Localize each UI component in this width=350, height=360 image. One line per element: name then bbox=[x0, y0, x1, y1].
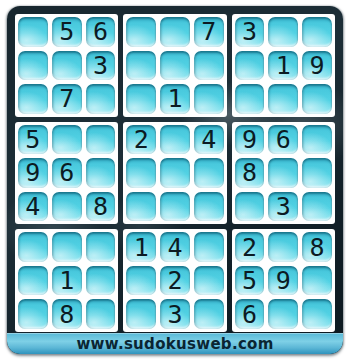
sudoku-page: 5637713195964824968318142328596 www.sudo… bbox=[0, 0, 350, 360]
sudoku-cell-r1c9[interactable] bbox=[302, 17, 332, 47]
sudoku-cell-r4c4[interactable]: 2 bbox=[126, 125, 156, 155]
sudoku-cell-r9c1[interactable] bbox=[18, 299, 48, 329]
sudoku-cell-r2c1[interactable] bbox=[18, 51, 48, 81]
sudoku-cell-r1c4[interactable] bbox=[126, 17, 156, 47]
sudoku-cell-r2c6[interactable] bbox=[194, 51, 224, 81]
sudoku-cell-r9c2[interactable]: 8 bbox=[52, 299, 82, 329]
sudoku-cell-r2c5[interactable] bbox=[160, 51, 190, 81]
sudoku-cell-r5c1[interactable]: 9 bbox=[18, 158, 48, 188]
sudoku-cell-r3c2[interactable]: 7 bbox=[52, 84, 82, 114]
sudoku-cell-r9c3[interactable] bbox=[86, 299, 116, 329]
sudoku-cell-r6c5[interactable] bbox=[160, 192, 190, 222]
sudoku-cell-r7c7[interactable]: 2 bbox=[235, 232, 265, 262]
sudoku-cell-r1c7[interactable]: 3 bbox=[235, 17, 265, 47]
sudoku-cell-r9c8[interactable] bbox=[268, 299, 298, 329]
sudoku-cell-r6c6[interactable] bbox=[194, 192, 224, 222]
sudoku-cell-r5c3[interactable] bbox=[86, 158, 116, 188]
sudoku-cell-r8c6[interactable] bbox=[194, 266, 224, 296]
sudoku-cell-r8c8[interactable]: 9 bbox=[268, 266, 298, 296]
sudoku-cell-r6c7[interactable] bbox=[235, 192, 265, 222]
sudoku-box-9: 28596 bbox=[232, 229, 335, 332]
sudoku-cell-r6c9[interactable] bbox=[302, 192, 332, 222]
sudoku-cell-r5c9[interactable] bbox=[302, 158, 332, 188]
sudoku-cell-r5c6[interactable] bbox=[194, 158, 224, 188]
sudoku-cell-r7c8[interactable] bbox=[268, 232, 298, 262]
sudoku-cell-r9c7[interactable]: 6 bbox=[235, 299, 265, 329]
sudoku-cell-r9c6[interactable] bbox=[194, 299, 224, 329]
sudoku-cell-r6c8[interactable]: 3 bbox=[268, 192, 298, 222]
sudoku-box-8: 1423 bbox=[123, 229, 226, 332]
sudoku-cell-r8c9[interactable] bbox=[302, 266, 332, 296]
sudoku-cell-r3c3[interactable] bbox=[86, 84, 116, 114]
sudoku-cell-r8c4[interactable] bbox=[126, 266, 156, 296]
sudoku-cell-r1c5[interactable] bbox=[160, 17, 190, 47]
sudoku-cell-r8c7[interactable]: 5 bbox=[235, 266, 265, 296]
sudoku-cell-r2c7[interactable] bbox=[235, 51, 265, 81]
sudoku-cell-r4c7[interactable]: 9 bbox=[235, 125, 265, 155]
sudoku-box-3: 319 bbox=[232, 14, 335, 117]
sudoku-cell-r8c5[interactable]: 2 bbox=[160, 266, 190, 296]
sudoku-cell-r4c6[interactable]: 4 bbox=[194, 125, 224, 155]
sudoku-cell-r3c9[interactable] bbox=[302, 84, 332, 114]
sudoku-cell-r7c5[interactable]: 4 bbox=[160, 232, 190, 262]
sudoku-cell-r4c2[interactable] bbox=[52, 125, 82, 155]
sudoku-cell-r3c4[interactable] bbox=[126, 84, 156, 114]
sudoku-cell-r5c8[interactable] bbox=[268, 158, 298, 188]
sudoku-cell-r1c3[interactable]: 6 bbox=[86, 17, 116, 47]
sudoku-cell-r8c3[interactable] bbox=[86, 266, 116, 296]
sudoku-cell-r5c2[interactable]: 6 bbox=[52, 158, 82, 188]
sudoku-cell-r3c6[interactable] bbox=[194, 84, 224, 114]
sudoku-cell-r6c3[interactable]: 8 bbox=[86, 192, 116, 222]
sudoku-cell-r5c4[interactable] bbox=[126, 158, 156, 188]
sudoku-box-1: 5637 bbox=[15, 14, 118, 117]
sudoku-cell-r9c5[interactable]: 3 bbox=[160, 299, 190, 329]
sudoku-cell-r4c1[interactable]: 5 bbox=[18, 125, 48, 155]
footer-bar: www.sudokusweb.com bbox=[7, 333, 343, 354]
sudoku-cell-r7c9[interactable]: 8 bbox=[302, 232, 332, 262]
sudoku-cell-r3c5[interactable]: 1 bbox=[160, 84, 190, 114]
sudoku-cell-r7c1[interactable] bbox=[18, 232, 48, 262]
sudoku-cell-r4c5[interactable] bbox=[160, 125, 190, 155]
sudoku-board: 5637713195964824968318142328596 www.sudo… bbox=[7, 6, 343, 354]
sudoku-box-2: 71 bbox=[123, 14, 226, 117]
sudoku-cell-r1c8[interactable] bbox=[268, 17, 298, 47]
sudoku-cell-r8c2[interactable]: 1 bbox=[52, 266, 82, 296]
sudoku-cell-r1c6[interactable]: 7 bbox=[194, 17, 224, 47]
sudoku-cell-r9c4[interactable] bbox=[126, 299, 156, 329]
sudoku-box-4: 59648 bbox=[15, 122, 118, 225]
sudoku-box-5: 24 bbox=[123, 122, 226, 225]
sudoku-cell-r9c9[interactable] bbox=[302, 299, 332, 329]
sudoku-cell-r3c1[interactable] bbox=[18, 84, 48, 114]
sudoku-box-6: 9683 bbox=[232, 122, 335, 225]
sudoku-cell-r2c8[interactable]: 1 bbox=[268, 51, 298, 81]
sudoku-cell-r7c2[interactable] bbox=[52, 232, 82, 262]
website-url: www.sudokusweb.com bbox=[76, 335, 273, 353]
sudoku-cell-r6c4[interactable] bbox=[126, 192, 156, 222]
sudoku-cell-r7c3[interactable] bbox=[86, 232, 116, 262]
sudoku-cell-r2c2[interactable] bbox=[52, 51, 82, 81]
sudoku-cell-r5c5[interactable] bbox=[160, 158, 190, 188]
sudoku-cell-r2c4[interactable] bbox=[126, 51, 156, 81]
sudoku-cell-r6c1[interactable]: 4 bbox=[18, 192, 48, 222]
sudoku-cell-r1c1[interactable] bbox=[18, 17, 48, 47]
sudoku-cell-r5c7[interactable]: 8 bbox=[235, 158, 265, 188]
sudoku-cell-r7c4[interactable]: 1 bbox=[126, 232, 156, 262]
sudoku-cell-r4c9[interactable] bbox=[302, 125, 332, 155]
sudoku-cell-r3c8[interactable] bbox=[268, 84, 298, 114]
sudoku-cell-r2c9[interactable]: 9 bbox=[302, 51, 332, 81]
sudoku-box-7: 18 bbox=[15, 229, 118, 332]
sudoku-cell-r6c2[interactable] bbox=[52, 192, 82, 222]
sudoku-cell-r3c7[interactable] bbox=[235, 84, 265, 114]
sudoku-cell-r1c2[interactable]: 5 bbox=[52, 17, 82, 47]
sudoku-cell-r4c8[interactable]: 6 bbox=[268, 125, 298, 155]
sudoku-cell-r2c3[interactable]: 3 bbox=[86, 51, 116, 81]
sudoku-cell-r8c1[interactable] bbox=[18, 266, 48, 296]
sudoku-cell-r4c3[interactable] bbox=[86, 125, 116, 155]
sudoku-cell-r7c6[interactable] bbox=[194, 232, 224, 262]
sudoku-grid: 5637713195964824968318142328596 bbox=[15, 14, 335, 332]
